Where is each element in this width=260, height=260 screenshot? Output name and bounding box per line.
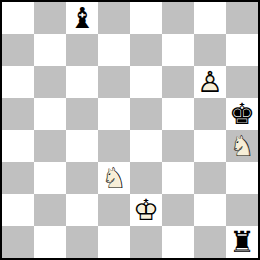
square-d8[interactable] (98, 2, 130, 34)
square-a2[interactable] (2, 194, 34, 226)
white-king-piece: ♚♔ (130, 194, 162, 226)
white-pawn-piece: ♟♙ (194, 66, 226, 98)
square-d7[interactable] (98, 34, 130, 66)
square-a3[interactable] (2, 162, 34, 194)
square-d6[interactable] (98, 66, 130, 98)
square-b7[interactable] (34, 34, 66, 66)
square-g1[interactable] (194, 226, 226, 258)
square-e5[interactable] (130, 98, 162, 130)
black-bishop-piece: ♝ (66, 2, 98, 34)
square-g5[interactable] (194, 98, 226, 130)
square-h6[interactable] (226, 66, 258, 98)
square-b3[interactable] (34, 162, 66, 194)
square-d2[interactable] (98, 194, 130, 226)
square-g8[interactable] (194, 2, 226, 34)
square-c8[interactable]: ♝ (66, 2, 98, 34)
square-b8[interactable] (34, 2, 66, 34)
white-knight-piece: ♞♘ (226, 130, 258, 162)
black-king-piece: ♚ (226, 98, 258, 130)
square-h5[interactable]: ♚ (226, 98, 258, 130)
square-d5[interactable] (98, 98, 130, 130)
square-g7[interactable] (194, 34, 226, 66)
square-a7[interactable] (2, 34, 34, 66)
square-g3[interactable] (194, 162, 226, 194)
square-h8[interactable] (226, 2, 258, 34)
square-a6[interactable] (2, 66, 34, 98)
square-h2[interactable] (226, 194, 258, 226)
white-knight-piece: ♞♘ (98, 162, 130, 194)
square-e6[interactable] (130, 66, 162, 98)
square-b4[interactable] (34, 130, 66, 162)
square-e3[interactable] (130, 162, 162, 194)
square-b1[interactable] (34, 226, 66, 258)
square-a1[interactable] (2, 226, 34, 258)
black-rook-piece: ♜ (226, 226, 258, 258)
square-c1[interactable] (66, 226, 98, 258)
square-c3[interactable] (66, 162, 98, 194)
square-a4[interactable] (2, 130, 34, 162)
square-a5[interactable] (2, 98, 34, 130)
square-h3[interactable] (226, 162, 258, 194)
square-d1[interactable] (98, 226, 130, 258)
square-h7[interactable] (226, 34, 258, 66)
square-e7[interactable] (130, 34, 162, 66)
square-c7[interactable] (66, 34, 98, 66)
square-f6[interactable] (162, 66, 194, 98)
square-f4[interactable] (162, 130, 194, 162)
square-b5[interactable] (34, 98, 66, 130)
square-e2[interactable]: ♚♔ (130, 194, 162, 226)
square-c2[interactable] (66, 194, 98, 226)
square-d4[interactable] (98, 130, 130, 162)
square-f3[interactable] (162, 162, 194, 194)
square-f8[interactable] (162, 2, 194, 34)
square-f7[interactable] (162, 34, 194, 66)
square-b6[interactable] (34, 66, 66, 98)
square-h4[interactable]: ♞♘ (226, 130, 258, 162)
square-g6[interactable]: ♟♙ (194, 66, 226, 98)
square-e1[interactable] (130, 226, 162, 258)
square-b2[interactable] (34, 194, 66, 226)
square-g2[interactable] (194, 194, 226, 226)
square-a8[interactable] (2, 2, 34, 34)
square-h1[interactable]: ♜ (226, 226, 258, 258)
square-f2[interactable] (162, 194, 194, 226)
square-c6[interactable] (66, 66, 98, 98)
square-c5[interactable] (66, 98, 98, 130)
square-e8[interactable] (130, 2, 162, 34)
square-g4[interactable] (194, 130, 226, 162)
square-f5[interactable] (162, 98, 194, 130)
square-d3[interactable]: ♞♘ (98, 162, 130, 194)
square-f1[interactable] (162, 226, 194, 258)
square-c4[interactable] (66, 130, 98, 162)
chess-board: ♝♟♙♚♞♘♞♘♚♔♜ (0, 0, 260, 260)
square-e4[interactable] (130, 130, 162, 162)
